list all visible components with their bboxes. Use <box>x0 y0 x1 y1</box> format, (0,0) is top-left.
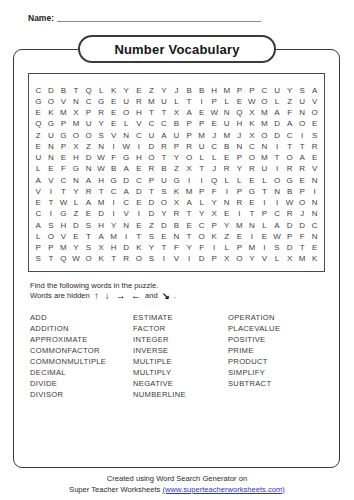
grid-cell-r4c10: C <box>145 119 158 130</box>
grid-cell-r6c19: N <box>258 141 271 152</box>
grid-cell-r11c1: E <box>32 198 45 209</box>
grid-cell-r16c9: O <box>133 254 146 265</box>
grid-cell-r12c16: E <box>220 209 233 220</box>
grid-cell-r1c17: P <box>233 85 246 96</box>
grid-cell-r1c21: Y <box>283 85 296 96</box>
grid-cell-r16c15: P <box>208 254 221 265</box>
grid-cell-r15c11: T <box>158 243 171 254</box>
grid-cell-r16c6: K <box>95 254 108 265</box>
grid-cell-r14c7: M <box>107 231 120 242</box>
grid-cell-r2c21: Z <box>283 96 296 107</box>
grid-cell-r3c8: O <box>120 108 133 119</box>
grid-cell-r9c9: C <box>133 175 146 186</box>
grid-cell-r11c3: W <box>57 198 70 209</box>
grid-cell-r13c8: N <box>120 220 133 231</box>
grid-cell-r3c23: O <box>308 108 321 119</box>
grid-cell-r12c6: D <box>95 209 108 220</box>
grid-cell-r7c20: T <box>271 153 284 164</box>
grid-cell-r8c14: T <box>195 164 208 175</box>
word-item: INVERSE <box>133 345 186 356</box>
grid-cell-r9c4: N <box>70 175 83 186</box>
title-banner: Number Vocabulary <box>78 35 276 63</box>
word-item: COMMONFACTOR <box>30 345 106 356</box>
grid-cell-r12c15: X <box>208 209 221 220</box>
worksheet-page: Name: Number Vocabulary CDBTQLKYEZYJBBHM… <box>0 0 354 500</box>
grid-cell-r8c7: B <box>107 164 120 175</box>
grid-cell-r6c12: P <box>170 141 183 152</box>
grid-cell-r9c22: E <box>296 175 309 186</box>
grid-cell-r5c17: J <box>233 130 246 141</box>
grid-cell-r10c18: G <box>246 186 259 197</box>
grid-cell-r8c23: V <box>308 164 321 175</box>
grid-cell-r16c7: T <box>107 254 120 265</box>
grid-cell-r4c12: B <box>170 119 183 130</box>
grid-cell-r10c13: M <box>183 186 196 197</box>
grid-cell-r13c1: A <box>32 220 45 231</box>
grid-cell-r1c16: M <box>220 85 233 96</box>
and-word: and <box>145 291 158 300</box>
grid-cell-r9c7: G <box>107 175 120 186</box>
grid-cell-r10c8: A <box>120 186 133 197</box>
grid-cell-r11c8: C <box>120 198 133 209</box>
grid-cell-r3c12: X <box>170 108 183 119</box>
grid-cell-r11c20: I <box>271 198 284 209</box>
grid-cell-r1c2: D <box>45 85 58 96</box>
grid-cell-r8c4: G <box>70 164 83 175</box>
instructions-line2: Words are hidden ↑ ↓ → ← and ↘ . <box>30 291 176 301</box>
grid-cell-r15c4: Y <box>70 243 83 254</box>
grid-cell-r5c22: I <box>296 130 309 141</box>
grid-cell-r9c18: E <box>246 175 259 186</box>
grid-cell-r8c6: W <box>95 164 108 175</box>
grid-cell-r6c14: U <box>195 141 208 152</box>
grid-cell-r3c7: E <box>107 108 120 119</box>
grid-cell-r12c22: J <box>296 209 309 220</box>
name-blank-line <box>57 11 261 22</box>
grid-cell-r12c7: I <box>107 209 120 220</box>
grid-cell-r3c6: R <box>95 108 108 119</box>
grid-cell-r13c22: D <box>296 220 309 231</box>
grid-cell-r8c11: B <box>158 164 171 175</box>
grid-cell-r11c5: A <box>82 198 95 209</box>
grid-cell-r4c14: P <box>195 119 208 130</box>
grid-cell-r4c5: U <box>82 119 95 130</box>
grid-cell-r13c11: D <box>158 220 171 231</box>
grid-cell-r8c17: Y <box>233 164 246 175</box>
period: . <box>174 291 176 300</box>
grid-cell-r11c7: I <box>107 198 120 209</box>
grid-cell-r6c1: E <box>32 141 45 152</box>
grid-cell-r14c10: S <box>145 231 158 242</box>
up-arrow-icon: ↑ <box>94 290 99 301</box>
grid-cell-r13c13: E <box>183 220 196 231</box>
grid-cell-r16c19: V <box>258 254 271 265</box>
grid-cell-r15c20: S <box>271 243 284 254</box>
word-item: DIVISOR <box>30 389 106 400</box>
grid-cell-r11c16: N <box>220 198 233 209</box>
grid-cell-r6c9: I <box>133 141 146 152</box>
grid-cell-r6c10: D <box>145 141 158 152</box>
grid-cell-r12c8: V <box>120 209 133 220</box>
letter-grid: CDBTQLKYEZYJBBHMPPCUYSAGOVNCGEURMULTIPLE… <box>32 85 321 265</box>
grid-cell-r3c2: K <box>45 108 58 119</box>
grid-cell-r14c23: N <box>308 231 321 242</box>
word-item: INTEGER <box>133 334 186 345</box>
grid-cell-r2c11: U <box>158 96 171 107</box>
grid-cell-r14c4: E <box>70 231 83 242</box>
grid-cell-r2c6: G <box>95 96 108 107</box>
grid-cell-r11c17: R <box>233 198 246 209</box>
grid-cell-r6c2: N <box>45 141 58 152</box>
grid-cell-r2c2: O <box>45 96 58 107</box>
grid-cell-r10c19: T <box>258 186 271 197</box>
grid-cell-r6c4: X <box>70 141 83 152</box>
grid-cell-r16c10: S <box>145 254 158 265</box>
grid-cell-r13c3: H <box>57 220 70 231</box>
grid-cell-r1c4: T <box>70 85 83 96</box>
grid-cell-r9c10: P <box>145 175 158 186</box>
grid-cell-r4c1: Q <box>32 119 45 130</box>
grid-cell-r4c4: M <box>70 119 83 130</box>
grid-cell-r14c12: N <box>170 231 183 242</box>
grid-cell-r15c12: F <box>170 243 183 254</box>
grid-cell-r15c18: M <box>246 243 259 254</box>
grid-cell-r3c9: H <box>133 108 146 119</box>
word-item: COMMONMULTIPLE <box>30 356 106 367</box>
grid-cell-r4c18: K <box>246 119 259 130</box>
grid-cell-r6c11: R <box>158 141 171 152</box>
grid-cell-r10c21: B <box>283 186 296 197</box>
grid-cell-r4c9: V <box>133 119 146 130</box>
grid-cell-r7c17: P <box>233 153 246 164</box>
grid-cell-r12c10: D <box>145 209 158 220</box>
grid-cell-r14c18: I <box>246 231 259 242</box>
grid-cell-r6c22: T <box>296 141 309 152</box>
grid-cell-r1c6: L <box>95 85 108 96</box>
grid-cell-r11c18: E <box>246 198 259 209</box>
grid-cell-r3c22: N <box>296 108 309 119</box>
grid-cell-r2c7: E <box>107 96 120 107</box>
grid-cell-r16c18: Y <box>246 254 259 265</box>
grid-cell-r13c14: C <box>195 220 208 231</box>
grid-cell-r14c19: E <box>258 231 271 242</box>
grid-cell-r16c2: T <box>45 254 58 265</box>
grid-cell-r3c3: M <box>57 108 70 119</box>
grid-cell-r12c11: Y <box>158 209 171 220</box>
grid-cell-r14c20: W <box>271 231 284 242</box>
grid-cell-r16c22: M <box>296 254 309 265</box>
instructions-line1: Find the following words in the puzzle. <box>30 281 176 291</box>
grid-cell-r5c21: C <box>283 130 296 141</box>
page-title: Number Vocabulary <box>114 42 239 57</box>
grid-cell-r13c2: S <box>45 220 58 231</box>
grid-cell-r4c22: O <box>296 119 309 130</box>
grid-cell-r16c5: O <box>82 254 95 265</box>
grid-cell-r11c19: I <box>258 198 271 209</box>
grid-cell-r8c22: R <box>296 164 309 175</box>
word-item: SIMPLIFY <box>228 367 280 378</box>
grid-cell-r11c6: M <box>95 198 108 209</box>
word-item: DIVIDE <box>30 378 106 389</box>
puzzle-grid-box: CDBTQLKYEZYJBBHMPPCUYSAGOVNCGEURMULTIPLE… <box>28 73 325 272</box>
grid-cell-r4c3: P <box>57 119 70 130</box>
grid-cell-r16c16: X <box>220 254 233 265</box>
grid-cell-r13c9: E <box>133 220 146 231</box>
grid-cell-r16c17: O <box>233 254 246 265</box>
grid-cell-r2c1: G <box>32 96 45 107</box>
grid-cell-r5c1: Z <box>32 130 45 141</box>
grid-cell-r1c19: C <box>258 85 271 96</box>
grid-cell-r7c23: E <box>308 153 321 164</box>
grid-cell-r8c13: X <box>183 164 196 175</box>
word-item: SUBTRACT <box>228 378 280 389</box>
grid-cell-r7c15: L <box>208 153 221 164</box>
grid-cell-r10c3: T <box>57 186 70 197</box>
grid-cell-r4c6: Y <box>95 119 108 130</box>
grid-cell-r9c8: D <box>120 175 133 186</box>
grid-cell-r7c4: H <box>70 153 83 164</box>
grid-cell-r2c9: R <box>133 96 146 107</box>
grid-cell-r7c21: O <box>283 153 296 164</box>
grid-cell-r1c8: Y <box>120 85 133 96</box>
grid-cell-r1c11: Y <box>158 85 171 96</box>
grid-cell-r13c10: Z <box>145 220 158 231</box>
grid-cell-r6c17: N <box>233 141 246 152</box>
grid-cell-r15c16: L <box>220 243 233 254</box>
grid-cell-r3c17: Q <box>233 108 246 119</box>
grid-cell-r3c20: A <box>271 108 284 119</box>
grid-cell-r11c11: O <box>158 198 171 209</box>
grid-cell-r13c16: Y <box>220 220 233 231</box>
grid-cell-r2c17: E <box>233 96 246 107</box>
grid-cell-r13c19: L <box>258 220 271 231</box>
grid-cell-r3c18: X <box>246 108 259 119</box>
footer-line2: Super Teacher Worksheets (www.superteach… <box>0 485 354 496</box>
grid-cell-r3c14: E <box>195 108 208 119</box>
grid-cell-r9c11: U <box>158 175 171 186</box>
grid-cell-r9c13: I <box>183 175 196 186</box>
grid-cell-r2c18: W <box>246 96 259 107</box>
grid-cell-r2c20: L <box>271 96 284 107</box>
grid-cell-r4c21: A <box>283 119 296 130</box>
grid-cell-r7c9: H <box>133 153 146 164</box>
grid-cell-r13c4: D <box>70 220 83 231</box>
grid-cell-r12c14: Y <box>195 209 208 220</box>
grid-cell-r5c15: J <box>208 130 221 141</box>
grid-cell-r15c10: Y <box>145 243 158 254</box>
grid-cell-r15c8: D <box>120 243 133 254</box>
grid-cell-r1c10: Z <box>145 85 158 96</box>
grid-cell-r5c23: S <box>308 130 321 141</box>
grid-cell-r4c23: E <box>308 119 321 130</box>
grid-cell-r16c12: V <box>170 254 183 265</box>
grid-cell-r8c19: U <box>258 164 271 175</box>
grid-cell-r4c19: M <box>258 119 271 130</box>
grid-cell-r12c3: G <box>57 209 70 220</box>
grid-cell-r2c3: V <box>57 96 70 107</box>
grid-cell-r3c21: F <box>283 108 296 119</box>
grid-cell-r8c12: Z <box>170 164 183 175</box>
grid-cell-r14c5: T <box>82 231 95 242</box>
grid-cell-r8c18: R <box>246 164 259 175</box>
grid-cell-r1c3: B <box>57 85 70 96</box>
grid-cell-r12c17: I <box>233 209 246 220</box>
word-item: POSITIVE <box>228 334 280 345</box>
grid-cell-r7c19: M <box>258 153 271 164</box>
grid-cell-r15c22: T <box>296 243 309 254</box>
grid-cell-r9c23: N <box>308 175 321 186</box>
down-arrow-icon: ↓ <box>105 290 110 301</box>
grid-cell-r16c8: R <box>120 254 133 265</box>
grid-cell-r2c14: I <box>195 96 208 107</box>
superteacherworksheets-link[interactable]: (www.superteacherworksheets.com) <box>163 485 285 494</box>
grid-cell-r9c19: L <box>258 175 271 186</box>
grid-cell-r15c1: P <box>32 243 45 254</box>
grid-cell-r3c19: M <box>258 108 271 119</box>
grid-cell-r7c14: L <box>195 153 208 164</box>
grid-cell-r9c12: G <box>170 175 183 186</box>
grid-cell-r15c9: K <box>133 243 146 254</box>
grid-cell-r11c2: T <box>45 198 58 209</box>
word-item: PRIME <box>228 345 280 356</box>
grid-cell-r12c18: T <box>246 209 259 220</box>
grid-cell-r7c6: W <box>95 153 108 164</box>
grid-cell-r2c19: O <box>258 96 271 107</box>
grid-cell-r11c9: E <box>133 198 146 209</box>
word-item: ADD <box>30 312 106 323</box>
grid-cell-r7c1: U <box>32 153 45 164</box>
grid-cell-r14c9: T <box>133 231 146 242</box>
grid-cell-r12c23: N <box>308 209 321 220</box>
grid-cell-r12c13: T <box>183 209 196 220</box>
grid-cell-r13c6: H <box>95 220 108 231</box>
instructions: Find the following words in the puzzle. … <box>30 281 176 301</box>
grid-cell-r13c17: M <box>233 220 246 231</box>
grid-cell-r6c18: C <box>246 141 259 152</box>
grid-cell-r12c12: R <box>170 209 183 220</box>
grid-cell-r4c8: L <box>120 119 133 130</box>
grid-cell-r8c10: R <box>145 164 158 175</box>
grid-cell-r14c21: P <box>283 231 296 242</box>
grid-cell-r15c3: M <box>57 243 70 254</box>
grid-cell-r11c21: W <box>283 198 296 209</box>
grid-cell-r2c10: M <box>145 96 158 107</box>
grid-cell-r15c19: I <box>258 243 271 254</box>
grid-cell-r6c7: I <box>107 141 120 152</box>
grid-cell-r15c21: D <box>283 243 296 254</box>
grid-cell-r11c4: L <box>70 198 83 209</box>
grid-cell-r13c12: B <box>170 220 183 231</box>
grid-cell-r2c5: C <box>82 96 95 107</box>
instructions-line2-prefix: Words are hidden <box>30 291 90 300</box>
grid-cell-r9c2: V <box>45 175 58 186</box>
right-arrow-icon: → <box>116 290 126 301</box>
grid-cell-r5c20: D <box>271 130 284 141</box>
grid-cell-r7c5: D <box>82 153 95 164</box>
grid-cell-r10c9: D <box>133 186 146 197</box>
down-right-arrow-icon: ↘ <box>162 290 170 301</box>
grid-cell-r11c15: Y <box>208 198 221 209</box>
grid-cell-r12c5: E <box>82 209 95 220</box>
grid-cell-r6c16: B <box>220 141 233 152</box>
grid-cell-r4c2: G <box>45 119 58 130</box>
grid-cell-r15c6: X <box>95 243 108 254</box>
grid-cell-r10c23: I <box>308 186 321 197</box>
grid-cell-r9c17: L <box>233 175 246 186</box>
grid-cell-r7c18: O <box>246 153 259 164</box>
grid-cell-r6c21: T <box>283 141 296 152</box>
grid-cell-r10c11: S <box>158 186 171 197</box>
grid-cell-r3c15: W <box>208 108 221 119</box>
grid-cell-r14c22: F <box>296 231 309 242</box>
grid-cell-r10c4: Y <box>70 186 83 197</box>
grid-cell-r10c12: K <box>170 186 183 197</box>
grid-cell-r6c8: W <box>120 141 133 152</box>
grid-cell-r12c20: C <box>271 209 284 220</box>
word-item: PLACEVALUE <box>228 323 280 334</box>
grid-cell-r4c7: E <box>107 119 120 130</box>
grid-cell-r6c15: C <box>208 141 221 152</box>
grid-cell-r16c13: I <box>183 254 196 265</box>
grid-cell-r4c13: P <box>183 119 196 130</box>
word-item: OPERATION <box>228 312 280 323</box>
grid-cell-r11c22: O <box>296 198 309 209</box>
grid-cell-r16c11: I <box>158 254 171 265</box>
grid-cell-r10c20: N <box>271 186 284 197</box>
grid-cell-r16c23: K <box>308 254 321 265</box>
word-item: ADDITION <box>30 323 106 334</box>
grid-cell-r1c22: S <box>296 85 309 96</box>
grid-cell-r12c21: R <box>283 209 296 220</box>
word-item: APPROXIMATE <box>30 334 106 345</box>
grid-cell-r8c9: E <box>133 164 146 175</box>
grid-cell-r1c5: Q <box>82 85 95 96</box>
grid-cell-r1c13: B <box>183 85 196 96</box>
grid-cell-r16c21: X <box>283 254 296 265</box>
grid-cell-r14c13: T <box>183 231 196 242</box>
grid-cell-r10c22: P <box>296 186 309 197</box>
grid-cell-r10c5: R <box>82 186 95 197</box>
grid-cell-r15c13: Y <box>183 243 196 254</box>
grid-cell-r4c15: E <box>208 119 221 130</box>
grid-cell-r7c12: Y <box>170 153 183 164</box>
grid-cell-r10c7: C <box>107 186 120 197</box>
grid-cell-r10c17: P <box>233 186 246 197</box>
grid-cell-r12c1: C <box>32 209 45 220</box>
grid-cell-r6c23: R <box>308 141 321 152</box>
grid-cell-r3c1: E <box>32 108 45 119</box>
grid-cell-r2c23: V <box>308 96 321 107</box>
grid-cell-r1c20: U <box>271 85 284 96</box>
grid-cell-r7c7: F <box>107 153 120 164</box>
grid-cell-r6c13: R <box>183 141 196 152</box>
word-item: PRODUCT <box>228 356 280 367</box>
grid-cell-r1c14: B <box>195 85 208 96</box>
grid-cell-r11c12: X <box>170 198 183 209</box>
grid-cell-r9c20: O <box>271 175 284 186</box>
grid-cell-r7c22: A <box>296 153 309 164</box>
grid-cell-r12c9: I <box>133 209 146 220</box>
grid-cell-r8c3: F <box>57 164 70 175</box>
grid-cell-r1c15: H <box>208 85 221 96</box>
left-arrow-icon: ← <box>131 290 141 301</box>
grid-cell-r5c19: O <box>258 130 271 141</box>
grid-cell-r9c6: H <box>95 175 108 186</box>
grid-cell-r13c5: S <box>82 220 95 231</box>
grid-cell-r8c5: N <box>82 164 95 175</box>
grid-cell-r7c11: T <box>158 153 171 164</box>
grid-cell-r8c8: A <box>120 164 133 175</box>
